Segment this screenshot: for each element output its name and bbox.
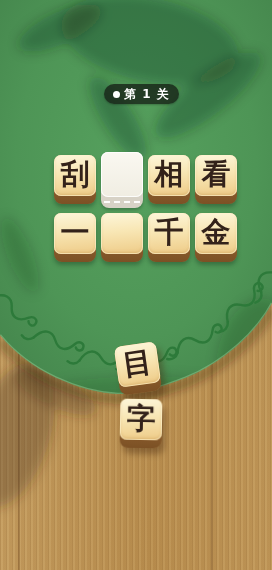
puzzle-board: 刮 相 看 一 千 金 <box>54 155 237 262</box>
tile-character: 看 <box>202 160 231 189</box>
tile-character: 千 <box>155 218 184 247</box>
board-tile: 刮 <box>54 155 96 204</box>
tile-character: 相 <box>155 160 184 189</box>
board-tile: 看 <box>195 155 237 204</box>
board-tile: 相 <box>148 155 190 204</box>
board-tile: 千 <box>148 213 190 262</box>
tray-tile[interactable]: 目 <box>114 341 162 395</box>
level-dot-icon <box>113 91 120 98</box>
tile-character: 一 <box>61 218 90 247</box>
tile-character: 字 <box>126 404 156 434</box>
empty-slot-active[interactable] <box>101 152 143 208</box>
tile-character: 刮 <box>61 160 90 189</box>
tile-character: 金 <box>202 218 231 247</box>
board-tile: 金 <box>195 213 237 262</box>
tray-tile[interactable]: 字 <box>120 399 163 449</box>
level-label: 第 1 关 <box>124 86 170 103</box>
game-screen: 第 1 关 刮 相 看 一 千 金 目 <box>0 0 272 570</box>
level-badge: 第 1 关 <box>104 84 179 104</box>
board-tile: 一 <box>54 213 96 262</box>
slot-stitch-line <box>104 201 140 203</box>
empty-slot-wood[interactable] <box>101 213 143 262</box>
tile-character: 目 <box>121 347 154 380</box>
